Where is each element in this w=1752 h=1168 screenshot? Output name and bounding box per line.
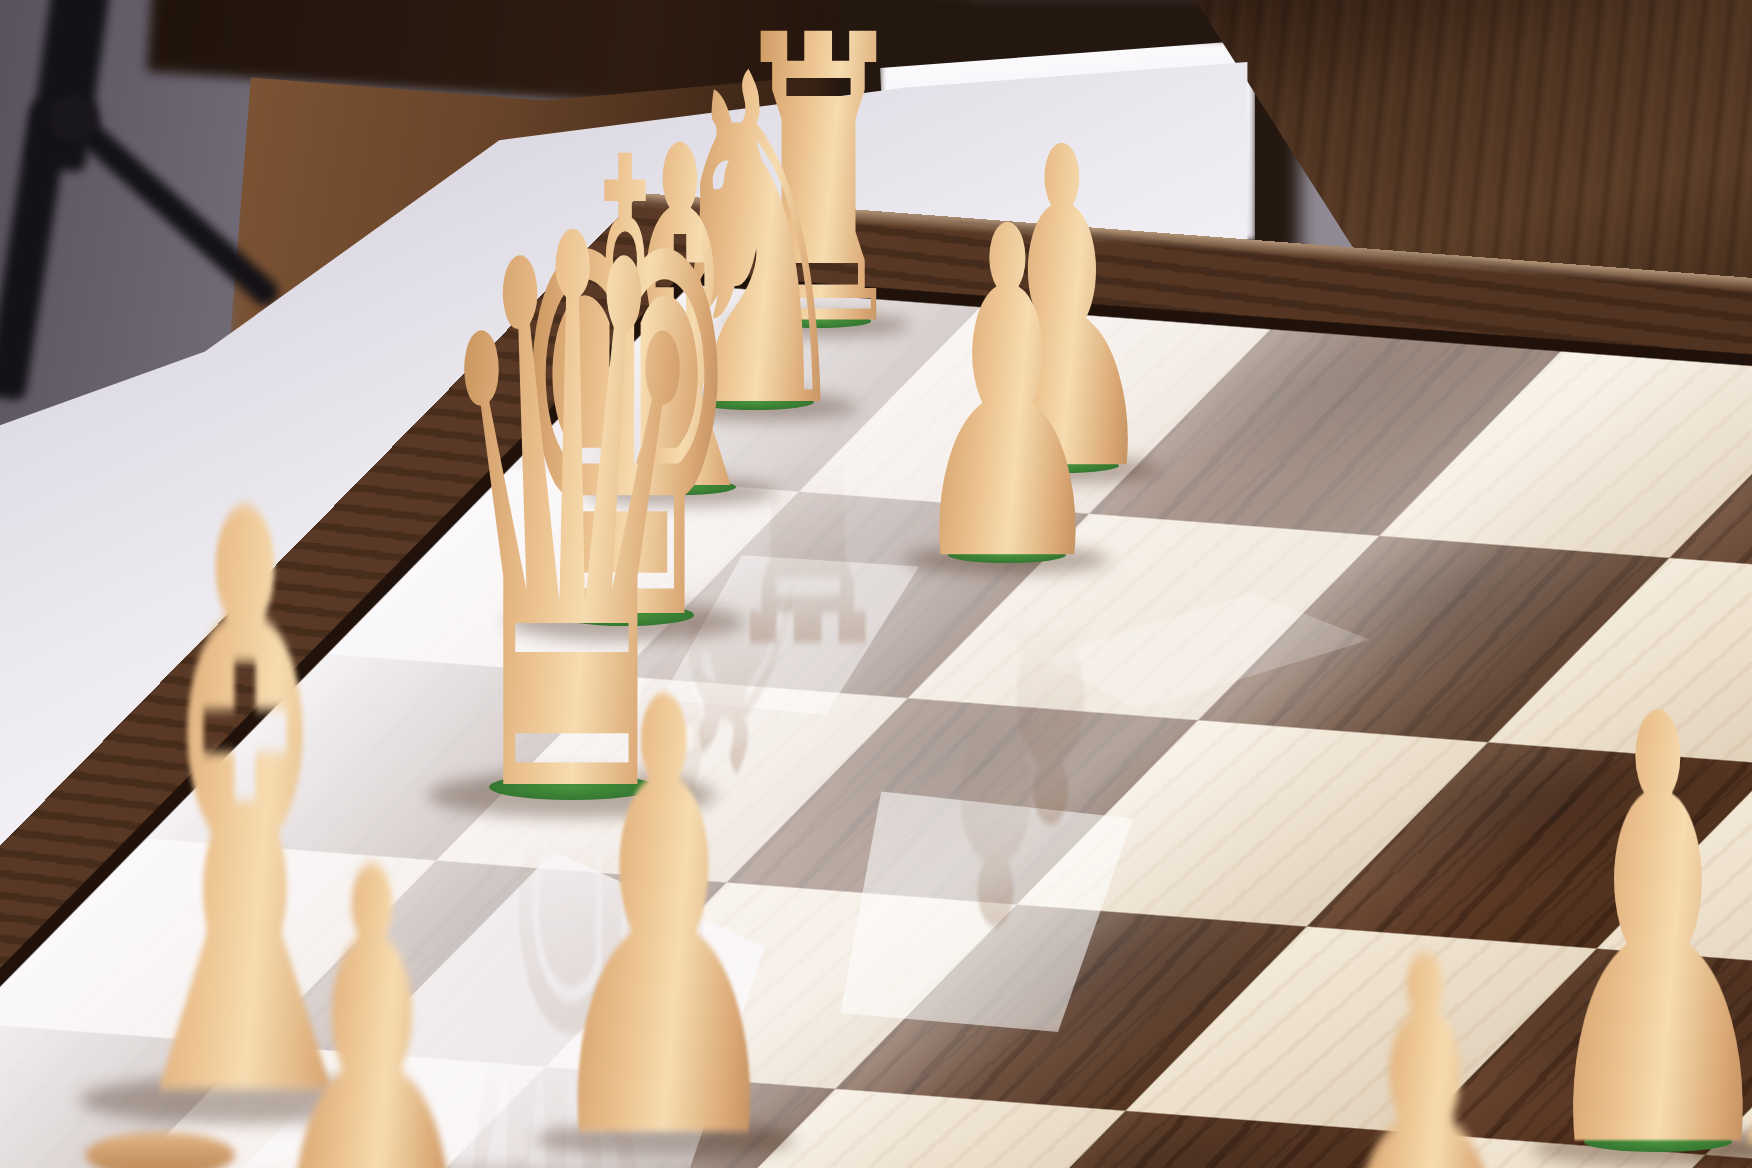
tripod-hub-icon bbox=[48, 95, 100, 141]
pawn-glyph: ♟ bbox=[1310, 904, 1541, 1168]
bishop-glyph: ♝ bbox=[1678, 703, 1752, 1168]
chess-piece-pawn[interactable]: ♟ bbox=[1215, 904, 1635, 1168]
chess-photo-scene: ♛♛♚♚♝♝♞♞♜♜♟♟♟♟♝♝♟♟♟♟♟♟♝ bbox=[0, 0, 1752, 1168]
chess-piece-pawn[interactable]: ♟ bbox=[112, 803, 632, 1168]
pawn-glyph: ♟ bbox=[242, 803, 502, 1168]
